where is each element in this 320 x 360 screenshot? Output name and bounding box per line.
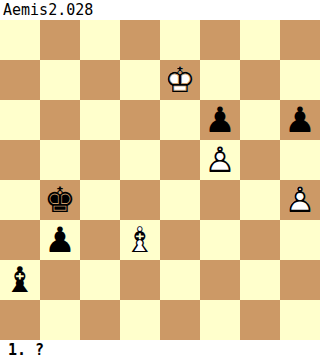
square-h1[interactable] bbox=[280, 300, 320, 340]
square-f2[interactable] bbox=[200, 260, 240, 300]
square-c2[interactable] bbox=[80, 260, 120, 300]
square-f5[interactable]: ♟♙ bbox=[200, 140, 240, 180]
square-h2[interactable] bbox=[280, 260, 320, 300]
square-c7[interactable] bbox=[80, 60, 120, 100]
square-h7[interactable] bbox=[280, 60, 320, 100]
square-a3[interactable] bbox=[0, 220, 40, 260]
square-d4[interactable] bbox=[120, 180, 160, 220]
square-c4[interactable] bbox=[80, 180, 120, 220]
square-b7[interactable] bbox=[40, 60, 80, 100]
square-f7[interactable] bbox=[200, 60, 240, 100]
square-c8[interactable] bbox=[80, 20, 120, 60]
square-f6[interactable]: ♟ bbox=[200, 100, 240, 140]
square-g3[interactable] bbox=[240, 220, 280, 260]
square-h5[interactable] bbox=[280, 140, 320, 180]
white-king: ♔ bbox=[160, 60, 200, 100]
square-e6[interactable] bbox=[160, 100, 200, 140]
black-pawn: ♟ bbox=[280, 100, 320, 140]
square-e2[interactable] bbox=[160, 260, 200, 300]
black-pawn: ♟ bbox=[40, 220, 80, 260]
square-b8[interactable] bbox=[40, 20, 80, 60]
square-b4[interactable]: ♚ bbox=[40, 180, 80, 220]
square-e7[interactable]: ♚♔ bbox=[160, 60, 200, 100]
square-f4[interactable] bbox=[200, 180, 240, 220]
square-c6[interactable] bbox=[80, 100, 120, 140]
square-f1[interactable] bbox=[200, 300, 240, 340]
square-d5[interactable] bbox=[120, 140, 160, 180]
square-d3[interactable]: ♝♗ bbox=[120, 220, 160, 260]
white-king-fill: ♚ bbox=[160, 60, 200, 100]
white-pawn: ♙ bbox=[200, 140, 240, 180]
chess-puzzle-page: Aemis2.028 ♚♔♟♟♟♙♚♟♙♟♝♗♝ 1. ? bbox=[0, 0, 320, 360]
square-d8[interactable] bbox=[120, 20, 160, 60]
square-d2[interactable] bbox=[120, 260, 160, 300]
black-pawn: ♟ bbox=[200, 100, 240, 140]
square-g2[interactable] bbox=[240, 260, 280, 300]
square-b6[interactable] bbox=[40, 100, 80, 140]
square-d7[interactable] bbox=[120, 60, 160, 100]
white-pawn: ♙ bbox=[280, 180, 320, 220]
white-bishop: ♗ bbox=[120, 220, 160, 260]
square-b1[interactable] bbox=[40, 300, 80, 340]
square-h3[interactable] bbox=[280, 220, 320, 260]
square-a1[interactable] bbox=[0, 300, 40, 340]
black-bishop: ♝ bbox=[0, 260, 40, 300]
square-g4[interactable] bbox=[240, 180, 280, 220]
square-g6[interactable] bbox=[240, 100, 280, 140]
square-d1[interactable] bbox=[120, 300, 160, 340]
black-king: ♚ bbox=[40, 180, 80, 220]
move-prompt: 1. ? bbox=[0, 340, 320, 360]
white-bishop-fill: ♝ bbox=[120, 220, 160, 260]
square-c5[interactable] bbox=[80, 140, 120, 180]
square-e3[interactable] bbox=[160, 220, 200, 260]
square-b3[interactable]: ♟ bbox=[40, 220, 80, 260]
white-pawn-fill: ♟ bbox=[280, 180, 320, 220]
square-e4[interactable] bbox=[160, 180, 200, 220]
square-a2[interactable]: ♝ bbox=[0, 260, 40, 300]
square-f8[interactable] bbox=[200, 20, 240, 60]
square-h6[interactable]: ♟ bbox=[280, 100, 320, 140]
square-a6[interactable] bbox=[0, 100, 40, 140]
square-e1[interactable] bbox=[160, 300, 200, 340]
page-title: Aemis2.028 bbox=[0, 0, 320, 20]
square-g8[interactable] bbox=[240, 20, 280, 60]
square-h8[interactable] bbox=[280, 20, 320, 60]
square-a7[interactable] bbox=[0, 60, 40, 100]
square-e8[interactable] bbox=[160, 20, 200, 60]
square-a4[interactable] bbox=[0, 180, 40, 220]
square-b2[interactable] bbox=[40, 260, 80, 300]
square-g7[interactable] bbox=[240, 60, 280, 100]
square-g5[interactable] bbox=[240, 140, 280, 180]
square-b5[interactable] bbox=[40, 140, 80, 180]
square-d6[interactable] bbox=[120, 100, 160, 140]
square-e5[interactable] bbox=[160, 140, 200, 180]
square-c1[interactable] bbox=[80, 300, 120, 340]
square-a5[interactable] bbox=[0, 140, 40, 180]
white-pawn-fill: ♟ bbox=[200, 140, 240, 180]
square-f3[interactable] bbox=[200, 220, 240, 260]
square-c3[interactable] bbox=[80, 220, 120, 260]
square-h4[interactable]: ♟♙ bbox=[280, 180, 320, 220]
square-g1[interactable] bbox=[240, 300, 280, 340]
square-a8[interactable] bbox=[0, 20, 40, 60]
chess-board: ♚♔♟♟♟♙♚♟♙♟♝♗♝ bbox=[0, 20, 320, 340]
